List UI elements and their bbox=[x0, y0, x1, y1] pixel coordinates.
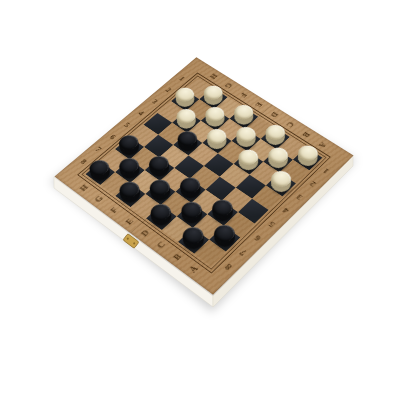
rank-label-near-text: 1 bbox=[178, 75, 187, 82]
rank-label-near-text: 5 bbox=[123, 121, 133, 129]
perspective-scene: 11HH22GG33FF44EE55DD66CC77BB88AA bbox=[0, 0, 400, 400]
rank-label-near-text: 7 bbox=[94, 145, 104, 153]
file-label-near-text: E bbox=[123, 217, 135, 226]
rank-label-near-text: 4 bbox=[137, 109, 147, 117]
file-label-far-text: D bbox=[268, 110, 279, 118]
rank-label-far-text: 5 bbox=[267, 219, 277, 228]
file-label-near-text: C bbox=[154, 240, 166, 250]
file-label-near-text: B bbox=[171, 252, 183, 262]
rank-label-far-text: 2 bbox=[308, 179, 318, 188]
rank-label-near-text: 8 bbox=[79, 157, 89, 165]
file-label-far-text: C bbox=[284, 120, 296, 129]
rank-label-far-text: 3 bbox=[295, 193, 305, 202]
product-photo-stage: 11HH22GG33FF44EE55DD66CC77BB88AA bbox=[0, 0, 400, 400]
rank-label-near-text: 2 bbox=[164, 86, 174, 93]
rank-label-far-text: 7 bbox=[238, 247, 249, 256]
rank-label-far-text: 1 bbox=[321, 166, 331, 174]
rank-label-near-text: 3 bbox=[150, 97, 160, 105]
rank-label-far-text: 6 bbox=[253, 233, 263, 242]
checkers-board: 11HH22GG33FF44EE55DD66CC77BB88AA bbox=[54, 57, 353, 294]
file-label-near-text: A bbox=[187, 264, 200, 274]
rank-label-far-text: 8 bbox=[224, 262, 235, 272]
file-label-far-text: G bbox=[222, 81, 233, 89]
file-label-near-text: H bbox=[77, 183, 89, 193]
file-label-far-text: A bbox=[316, 140, 328, 149]
rank-label-far-text: 4 bbox=[281, 206, 291, 215]
file-label-far-text: H bbox=[208, 72, 219, 80]
file-label-far-text: E bbox=[253, 101, 264, 109]
file-label-near-text: G bbox=[92, 194, 104, 204]
file-label-far-text: B bbox=[300, 130, 311, 138]
file-label-far-text: F bbox=[238, 91, 249, 99]
rank-label-near-text: 6 bbox=[108, 133, 118, 141]
file-label-near-text: F bbox=[108, 205, 119, 214]
file-label-near-text: D bbox=[139, 228, 151, 238]
